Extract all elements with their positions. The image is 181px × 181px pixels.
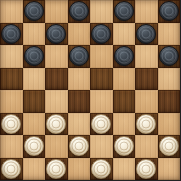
white-piece-c1[interactable]	[46, 159, 66, 179]
square-h5	[158, 68, 181, 91]
square-h3	[158, 113, 181, 136]
square-b8[interactable]	[23, 0, 46, 23]
square-b3	[23, 113, 46, 136]
square-g7[interactable]	[135, 23, 158, 46]
black-piece-h8[interactable]	[159, 1, 179, 21]
black-piece-c7[interactable]	[46, 24, 66, 44]
white-piece-e3[interactable]	[91, 114, 111, 134]
square-a8	[0, 0, 23, 23]
square-c3[interactable]	[45, 113, 68, 136]
white-piece-a3[interactable]	[1, 114, 21, 134]
square-d1	[68, 158, 91, 181]
square-c4	[45, 90, 68, 113]
square-h7	[158, 23, 181, 46]
square-c1[interactable]	[45, 158, 68, 181]
square-h1	[158, 158, 181, 181]
checkers-board	[0, 0, 180, 180]
square-g2	[135, 135, 158, 158]
square-c6	[45, 45, 68, 68]
square-c5[interactable]	[45, 68, 68, 91]
square-f2[interactable]	[113, 135, 136, 158]
square-e1[interactable]	[90, 158, 113, 181]
white-piece-a1[interactable]	[1, 159, 21, 179]
square-b2[interactable]	[23, 135, 46, 158]
square-d4[interactable]	[68, 90, 91, 113]
square-a3[interactable]	[0, 113, 23, 136]
square-e6	[90, 45, 113, 68]
square-h4[interactable]	[158, 90, 181, 113]
square-f8[interactable]	[113, 0, 136, 23]
square-a5[interactable]	[0, 68, 23, 91]
square-d3	[68, 113, 91, 136]
square-e4	[90, 90, 113, 113]
square-g3[interactable]	[135, 113, 158, 136]
square-b6[interactable]	[23, 45, 46, 68]
square-e8	[90, 0, 113, 23]
square-h6[interactable]	[158, 45, 181, 68]
black-piece-e7[interactable]	[91, 24, 111, 44]
square-a2	[0, 135, 23, 158]
white-piece-d2[interactable]	[69, 136, 89, 156]
square-c7[interactable]	[45, 23, 68, 46]
white-piece-g1[interactable]	[136, 159, 156, 179]
square-b7	[23, 23, 46, 46]
square-c8	[45, 0, 68, 23]
square-h8[interactable]	[158, 0, 181, 23]
square-g5[interactable]	[135, 68, 158, 91]
white-piece-g3[interactable]	[136, 114, 156, 134]
black-piece-a7[interactable]	[1, 24, 21, 44]
square-b1	[23, 158, 46, 181]
square-b5	[23, 68, 46, 91]
square-f7	[113, 23, 136, 46]
square-g1[interactable]	[135, 158, 158, 181]
black-piece-b8[interactable]	[24, 1, 44, 21]
square-f6[interactable]	[113, 45, 136, 68]
white-piece-c3[interactable]	[46, 114, 66, 134]
black-piece-h6[interactable]	[159, 46, 179, 66]
square-a6	[0, 45, 23, 68]
square-g8	[135, 0, 158, 23]
square-a1[interactable]	[0, 158, 23, 181]
white-piece-b2[interactable]	[24, 136, 44, 156]
white-piece-h2[interactable]	[159, 136, 179, 156]
square-f5	[113, 68, 136, 91]
black-piece-f8[interactable]	[114, 1, 134, 21]
square-f3	[113, 113, 136, 136]
square-d2[interactable]	[68, 135, 91, 158]
square-c2	[45, 135, 68, 158]
checkers-app	[0, 0, 180, 180]
square-e3[interactable]	[90, 113, 113, 136]
white-piece-f2[interactable]	[114, 136, 134, 156]
black-piece-d8[interactable]	[69, 1, 89, 21]
square-e7[interactable]	[90, 23, 113, 46]
square-g4	[135, 90, 158, 113]
square-h2[interactable]	[158, 135, 181, 158]
square-f1	[113, 158, 136, 181]
black-piece-b6[interactable]	[24, 46, 44, 66]
square-e2	[90, 135, 113, 158]
black-piece-g7[interactable]	[136, 24, 156, 44]
white-piece-e1[interactable]	[91, 159, 111, 179]
square-f4[interactable]	[113, 90, 136, 113]
square-g6	[135, 45, 158, 68]
square-d7	[68, 23, 91, 46]
black-piece-f6[interactable]	[114, 46, 134, 66]
square-b4[interactable]	[23, 90, 46, 113]
black-piece-d6[interactable]	[69, 46, 89, 66]
square-d6[interactable]	[68, 45, 91, 68]
square-e5[interactable]	[90, 68, 113, 91]
square-d8[interactable]	[68, 0, 91, 23]
square-a4	[0, 90, 23, 113]
square-d5	[68, 68, 91, 91]
square-a7[interactable]	[0, 23, 23, 46]
